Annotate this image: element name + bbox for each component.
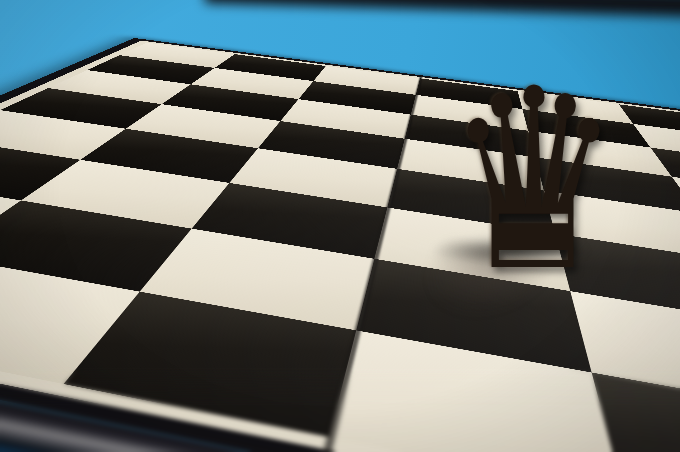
chessboard-photo-scene: ♛ [0, 0, 680, 452]
black-queen-piece: ♛ [446, 56, 594, 306]
background-object-band [205, 0, 680, 17]
